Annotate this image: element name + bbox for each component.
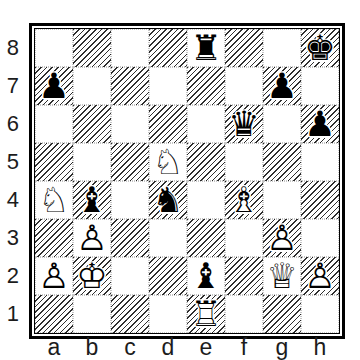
square-e4[interactable] (187, 181, 225, 219)
square-g2[interactable]: ♛♕ (263, 257, 301, 295)
square-f1[interactable] (225, 295, 263, 333)
square-g3[interactable]: ♟♙ (263, 219, 301, 257)
white-pawn-icon: ♙ (263, 219, 301, 257)
square-h8[interactable]: ♚♚ (301, 29, 339, 67)
square-f2[interactable] (225, 257, 263, 295)
square-f8[interactable] (225, 29, 263, 67)
square-d4[interactable]: ♞♞ (149, 181, 187, 219)
board-frame: ♜♜♚♚♟♟♟♟♛♛♟♟♞♘♞♘♝♝♞♞♝♗♟♙♟♙♟♙♚♔♝♝♛♕♟♙♜♖ (29, 23, 345, 339)
file-label-a: a (35, 336, 73, 358)
piece-black-knight-d4[interactable]: ♞♞ (149, 181, 187, 219)
rank-labels: 87654321 (0, 29, 24, 333)
file-label-f: f (225, 336, 263, 358)
piece-black-bishop-e2[interactable]: ♝♝ (187, 257, 225, 295)
piece-white-knight-a4[interactable]: ♞♘ (35, 181, 73, 219)
square-c8[interactable] (111, 29, 149, 67)
black-knight-icon: ♞ (149, 181, 187, 219)
file-label-h: h (301, 336, 339, 358)
black-queen-icon: ♛ (225, 105, 263, 143)
black-king-icon: ♚ (301, 29, 339, 67)
file-labels: abcdefgh (35, 336, 339, 358)
piece-black-pawn-a7[interactable]: ♟♟ (35, 67, 73, 105)
square-h4[interactable] (301, 181, 339, 219)
piece-white-bishop-f4[interactable]: ♝♗ (225, 181, 263, 219)
piece-black-king-h8[interactable]: ♚♚ (301, 29, 339, 67)
square-d6[interactable] (149, 105, 187, 143)
square-c4[interactable] (111, 181, 149, 219)
square-b6[interactable] (73, 105, 111, 143)
square-c1[interactable] (111, 295, 149, 333)
square-c3[interactable] (111, 219, 149, 257)
piece-white-king-b2[interactable]: ♚♔ (73, 257, 111, 295)
piece-white-queen-g2[interactable]: ♛♕ (263, 257, 301, 295)
square-a2[interactable]: ♟♙ (35, 257, 73, 295)
white-rook-icon: ♖ (187, 295, 225, 333)
square-b1[interactable] (73, 295, 111, 333)
white-bishop-icon: ♗ (225, 181, 263, 219)
rank-label-1: 1 (0, 295, 24, 333)
piece-black-queen-f6[interactable]: ♛♛ (225, 105, 263, 143)
square-c6[interactable] (111, 105, 149, 143)
square-e8[interactable]: ♜♜ (187, 29, 225, 67)
square-f3[interactable] (225, 219, 263, 257)
piece-white-pawn-b3[interactable]: ♟♙ (73, 219, 111, 257)
piece-white-pawn-h2[interactable]: ♟♙ (301, 257, 339, 295)
square-d3[interactable] (149, 219, 187, 257)
square-d2[interactable] (149, 257, 187, 295)
square-h6[interactable]: ♟♟ (301, 105, 339, 143)
file-label-e: e (187, 336, 225, 358)
square-a7[interactable]: ♟♟ (35, 67, 73, 105)
square-f5[interactable] (225, 143, 263, 181)
square-c7[interactable] (111, 67, 149, 105)
square-a5[interactable] (35, 143, 73, 181)
piece-black-pawn-h6[interactable]: ♟♟ (301, 105, 339, 143)
file-label-g: g (263, 336, 301, 358)
square-a4[interactable]: ♞♘ (35, 181, 73, 219)
square-d1[interactable] (149, 295, 187, 333)
rank-label-5: 5 (0, 143, 24, 181)
piece-white-pawn-g3[interactable]: ♟♙ (263, 219, 301, 257)
black-rook-icon: ♜ (187, 29, 225, 67)
square-a1[interactable] (35, 295, 73, 333)
rank-label-3: 3 (0, 219, 24, 257)
square-e7[interactable] (187, 67, 225, 105)
rank-label-4: 4 (0, 181, 24, 219)
square-h5[interactable] (301, 143, 339, 181)
black-bishop-icon: ♝ (187, 257, 225, 295)
file-label-c: c (111, 336, 149, 358)
square-g5[interactable] (263, 143, 301, 181)
white-pawn-icon: ♙ (35, 257, 73, 295)
black-pawn-icon: ♟ (263, 67, 301, 105)
piece-white-pawn-a2[interactable]: ♟♙ (35, 257, 73, 295)
square-f6[interactable]: ♛♛ (225, 105, 263, 143)
square-d8[interactable] (149, 29, 187, 67)
square-a3[interactable] (35, 219, 73, 257)
rank-label-8: 8 (0, 29, 24, 67)
chess-board: ♜♜♚♚♟♟♟♟♛♛♟♟♞♘♞♘♝♝♞♞♝♗♟♙♟♙♟♙♚♔♝♝♛♕♟♙♜♖ (34, 28, 340, 334)
piece-white-rook-e1[interactable]: ♜♖ (187, 295, 225, 333)
white-king-icon: ♔ (73, 257, 111, 295)
square-b3[interactable]: ♟♙ (73, 219, 111, 257)
rank-label-2: 2 (0, 257, 24, 295)
white-queen-icon: ♕ (263, 257, 301, 295)
square-b2[interactable]: ♚♔ (73, 257, 111, 295)
square-d5[interactable]: ♞♘ (149, 143, 187, 181)
rank-label-7: 7 (0, 67, 24, 105)
piece-black-pawn-g7[interactable]: ♟♟ (263, 67, 301, 105)
square-b8[interactable] (73, 29, 111, 67)
square-g4[interactable] (263, 181, 301, 219)
square-e3[interactable] (187, 219, 225, 257)
square-e5[interactable] (187, 143, 225, 181)
square-a8[interactable] (35, 29, 73, 67)
square-e1[interactable]: ♜♖ (187, 295, 225, 333)
white-pawn-icon: ♙ (301, 257, 339, 295)
square-g1[interactable] (263, 295, 301, 333)
white-knight-icon: ♘ (35, 181, 73, 219)
square-d7[interactable] (149, 67, 187, 105)
square-g8[interactable] (263, 29, 301, 67)
square-e2[interactable]: ♝♝ (187, 257, 225, 295)
square-b7[interactable] (73, 67, 111, 105)
square-h3[interactable] (301, 219, 339, 257)
piece-white-knight-d5[interactable]: ♞♘ (149, 143, 187, 181)
square-a6[interactable] (35, 105, 73, 143)
piece-black-rook-e8[interactable]: ♜♜ (187, 29, 225, 67)
square-h1[interactable] (301, 295, 339, 333)
white-knight-icon: ♘ (149, 143, 187, 181)
rank-label-6: 6 (0, 105, 24, 143)
white-pawn-icon: ♙ (73, 219, 111, 257)
square-h2[interactable]: ♟♙ (301, 257, 339, 295)
black-pawn-icon: ♟ (301, 105, 339, 143)
square-g7[interactable]: ♟♟ (263, 67, 301, 105)
square-c5[interactable] (111, 143, 149, 181)
square-f4[interactable]: ♝♗ (225, 181, 263, 219)
square-f7[interactable] (225, 67, 263, 105)
chess-diagram: 87654321 ♜♜♚♚♟♟♟♟♛♛♟♟♞♘♞♘♝♝♞♞♝♗♟♙♟♙♟♙♚♔♝… (0, 0, 360, 360)
square-b4[interactable]: ♝♝ (73, 181, 111, 219)
square-c2[interactable] (111, 257, 149, 295)
square-e6[interactable] (187, 105, 225, 143)
square-g6[interactable] (263, 105, 301, 143)
piece-black-bishop-b4[interactable]: ♝♝ (73, 181, 111, 219)
black-pawn-icon: ♟ (35, 67, 73, 105)
square-h7[interactable] (301, 67, 339, 105)
square-b5[interactable] (73, 143, 111, 181)
file-label-b: b (73, 336, 111, 358)
file-label-d: d (149, 336, 187, 358)
black-bishop-icon: ♝ (73, 181, 111, 219)
